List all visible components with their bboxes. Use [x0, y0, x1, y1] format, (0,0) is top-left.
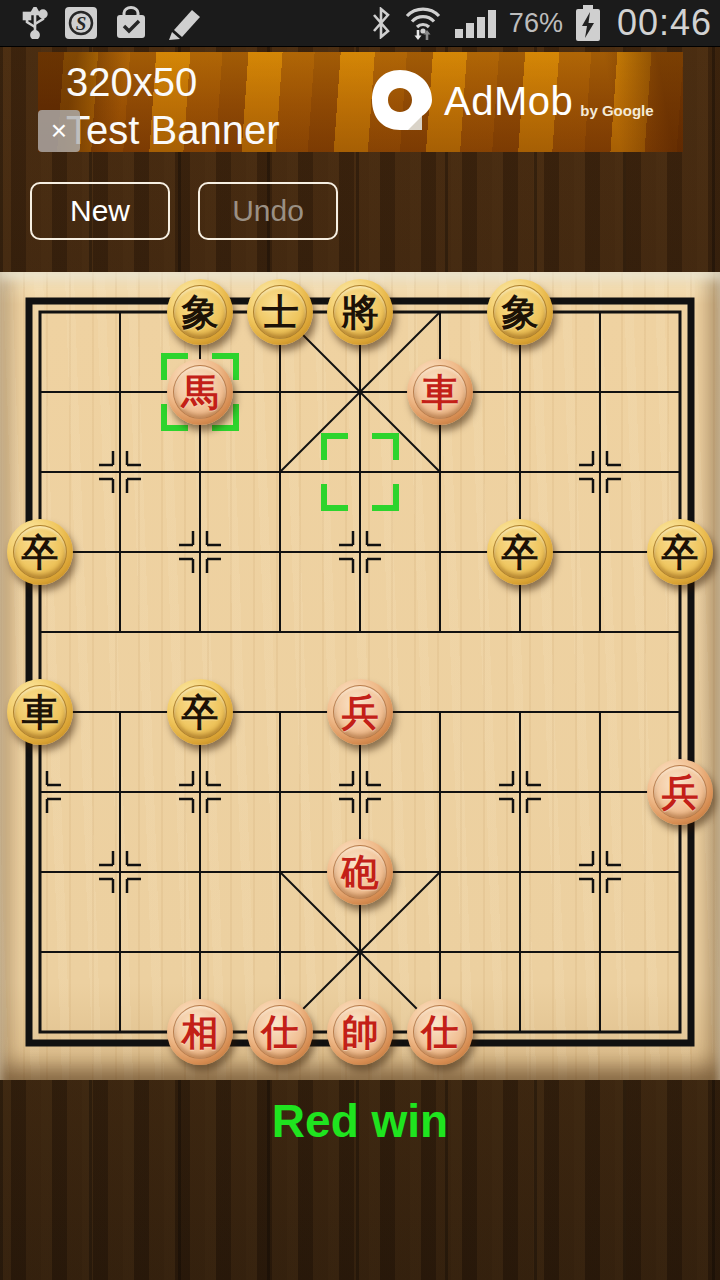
status-left-icons: S — [22, 6, 202, 40]
clock: 00:46 — [617, 2, 712, 44]
selection-bracket — [321, 433, 399, 511]
svg-text:S: S — [76, 13, 87, 34]
piece-red-elephant[interactable]: 相 — [160, 992, 240, 1072]
piece-black-soldier[interactable]: 卒 — [640, 512, 720, 592]
ad-size-label: 320x50 — [66, 58, 279, 106]
result-text: Red win — [0, 1094, 720, 1148]
admob-logo: AdMob by Google — [370, 68, 654, 134]
usb-icon — [22, 7, 48, 39]
last-move-source-marker — [320, 432, 400, 512]
admob-brand: AdMob — [444, 79, 573, 124]
piece-red-horse[interactable]: 馬 — [160, 352, 240, 432]
new-button[interactable]: New — [30, 182, 170, 240]
piece-red-general[interactable]: 帥 — [320, 992, 400, 1072]
ad-close-button[interactable]: × — [38, 110, 80, 152]
status-right-icons: 76% 00:46 — [371, 2, 712, 44]
piece-red-chariot[interactable]: 車 — [400, 352, 480, 432]
app-screen: S — [0, 0, 720, 1280]
piece-black-general[interactable]: 將 — [320, 272, 400, 352]
piece-red-soldier[interactable]: 兵 — [640, 752, 720, 832]
piece-red-cannon[interactable]: 砲 — [320, 832, 400, 912]
board-grid[interactable]: 象士將象馬車卒卒卒車卒兵兵砲相仕帥仕 — [0, 272, 720, 1072]
piece-black-chariot[interactable]: 車 — [0, 672, 80, 752]
undo-button[interactable]: Undo — [198, 182, 338, 240]
xiangqi-board[interactable]: 象士將象馬車卒卒卒車卒兵兵砲相仕帥仕 — [0, 272, 720, 1080]
piece-black-elephant[interactable]: 象 — [160, 272, 240, 352]
signal-icon — [455, 8, 497, 38]
piece-red-soldier[interactable]: 兵 — [320, 672, 400, 752]
battery-percent: 76% — [509, 8, 563, 39]
piece-black-soldier[interactable]: 卒 — [480, 512, 560, 592]
piece-red-advisor[interactable]: 仕 — [400, 992, 480, 1072]
ad-banner[interactable]: 320x50 Test Banner AdMob by Google × — [38, 52, 683, 152]
status-bar: S — [0, 0, 720, 47]
piece-black-soldier[interactable]: 卒 — [160, 672, 240, 752]
ad-name-label: Test Banner — [66, 106, 279, 152]
bluetooth-icon — [371, 7, 391, 39]
ad-text: 320x50 Test Banner — [66, 58, 279, 152]
piece-black-advisor[interactable]: 士 — [240, 272, 320, 352]
admob-by-google: by Google — [580, 102, 653, 119]
s-app-icon: S — [64, 6, 98, 40]
battery-charging-icon — [575, 5, 601, 41]
wifi-icon — [403, 6, 443, 40]
bag-check-icon — [114, 6, 148, 40]
pencil-icon — [164, 6, 202, 40]
piece-red-advisor[interactable]: 仕 — [240, 992, 320, 1072]
piece-black-elephant[interactable]: 象 — [480, 272, 560, 352]
piece-black-soldier[interactable]: 卒 — [0, 512, 80, 592]
admob-logo-icon — [370, 68, 434, 134]
